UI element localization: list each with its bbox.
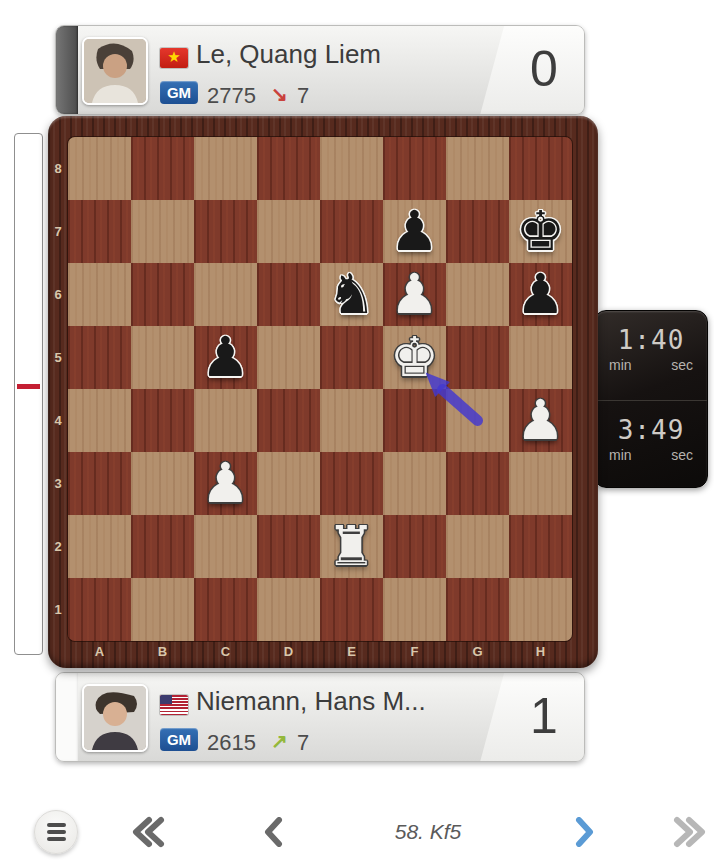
file-label-d: D bbox=[257, 641, 320, 663]
player-bar-black[interactable]: ★ Le, Quang Liem GM 2775 ↘ 7 0 bbox=[55, 25, 585, 115]
vietnam-flag-icon: ★ bbox=[160, 48, 188, 68]
square-h8[interactable] bbox=[509, 137, 572, 200]
clock-white-time-panel: 3:49 min sec bbox=[595, 400, 707, 488]
square-a5[interactable] bbox=[68, 326, 131, 389]
square-c5[interactable] bbox=[194, 326, 257, 389]
rank-label-2: 2 bbox=[48, 515, 68, 578]
square-g4[interactable] bbox=[446, 389, 509, 452]
current-move-label: 58. Kf5 bbox=[328, 820, 528, 844]
square-h2[interactable] bbox=[509, 515, 572, 578]
square-f6[interactable] bbox=[383, 263, 446, 326]
square-d6[interactable] bbox=[257, 263, 320, 326]
square-e1[interactable] bbox=[320, 578, 383, 641]
square-a4[interactable] bbox=[68, 389, 131, 452]
square-e3[interactable] bbox=[320, 452, 383, 515]
square-f8[interactable] bbox=[383, 137, 446, 200]
square-d1[interactable] bbox=[257, 578, 320, 641]
gm-badge-white: GM bbox=[160, 728, 198, 751]
player-bar-white[interactable]: Niemann, Hans M... GM 2615 ↗ 7 1 bbox=[55, 672, 585, 762]
square-d5[interactable] bbox=[257, 326, 320, 389]
first-move-button[interactable] bbox=[128, 815, 166, 849]
square-h5[interactable] bbox=[509, 326, 572, 389]
square-d3[interactable] bbox=[257, 452, 320, 515]
square-f1[interactable] bbox=[383, 578, 446, 641]
square-a8[interactable] bbox=[68, 137, 131, 200]
square-e2[interactable] bbox=[320, 515, 383, 578]
square-f5[interactable] bbox=[383, 326, 446, 389]
square-h7[interactable] bbox=[509, 200, 572, 263]
square-b3[interactable] bbox=[131, 452, 194, 515]
square-c6[interactable] bbox=[194, 263, 257, 326]
square-g2[interactable] bbox=[446, 515, 509, 578]
usa-flag-icon bbox=[160, 695, 188, 715]
player-name-white: Niemann, Hans M... bbox=[196, 686, 426, 717]
clock-black-min-label: min bbox=[609, 357, 632, 373]
square-b5[interactable] bbox=[131, 326, 194, 389]
square-g5[interactable] bbox=[446, 326, 509, 389]
square-b7[interactable] bbox=[131, 200, 194, 263]
square-c2[interactable] bbox=[194, 515, 257, 578]
rating-white: 2615 bbox=[207, 730, 256, 756]
square-c3[interactable] bbox=[194, 452, 257, 515]
match-score-black: 0 bbox=[514, 40, 574, 98]
menu-button[interactable] bbox=[34, 810, 78, 854]
file-label-c: C bbox=[194, 641, 257, 663]
square-h4[interactable] bbox=[509, 389, 572, 452]
file-labels: ABCDEFGH bbox=[68, 641, 572, 665]
square-h1[interactable] bbox=[509, 578, 572, 641]
square-g6[interactable] bbox=[446, 263, 509, 326]
chess-board: 87654321 ABCDEFGH ♟♚♞♟♟♟♚♟♟♜ bbox=[48, 116, 598, 668]
clock-white-sec-label: sec bbox=[671, 447, 693, 463]
square-f2[interactable] bbox=[383, 515, 446, 578]
file-label-h: H bbox=[509, 641, 572, 663]
file-label-g: G bbox=[446, 641, 509, 663]
rating-up-arrow-icon: ↗ bbox=[271, 729, 288, 753]
board-squares-area bbox=[68, 137, 572, 641]
clock-black-sec-label: sec bbox=[671, 357, 693, 373]
rank-label-6: 6 bbox=[48, 263, 68, 326]
evaluation-bar[interactable] bbox=[14, 133, 43, 655]
rating-change-white: 7 bbox=[297, 730, 309, 756]
board-squares bbox=[68, 137, 572, 641]
rank-labels: 87654321 bbox=[48, 137, 68, 641]
avatar-black-player bbox=[82, 37, 148, 105]
move-navigation-bar: 58. Kf5 bbox=[0, 806, 714, 858]
square-g1[interactable] bbox=[446, 578, 509, 641]
square-a7[interactable] bbox=[68, 200, 131, 263]
square-b1[interactable] bbox=[131, 578, 194, 641]
square-g3[interactable] bbox=[446, 452, 509, 515]
square-c8[interactable] bbox=[194, 137, 257, 200]
square-g7[interactable] bbox=[446, 200, 509, 263]
square-c4[interactable] bbox=[194, 389, 257, 452]
rank-label-7: 7 bbox=[48, 200, 68, 263]
last-move-button[interactable] bbox=[672, 815, 710, 849]
square-d2[interactable] bbox=[257, 515, 320, 578]
menu-icon bbox=[47, 823, 66, 827]
square-d4[interactable] bbox=[257, 389, 320, 452]
square-h3[interactable] bbox=[509, 452, 572, 515]
square-f3[interactable] bbox=[383, 452, 446, 515]
square-c1[interactable] bbox=[194, 578, 257, 641]
clock-white-time: 3:49 bbox=[595, 415, 707, 445]
square-h6[interactable] bbox=[509, 263, 572, 326]
square-b8[interactable] bbox=[131, 137, 194, 200]
rank-label-5: 5 bbox=[48, 326, 68, 389]
square-b2[interactable] bbox=[131, 515, 194, 578]
square-a1[interactable] bbox=[68, 578, 131, 641]
file-label-a: A bbox=[68, 641, 131, 663]
previous-move-button[interactable] bbox=[262, 817, 286, 847]
square-e4[interactable] bbox=[320, 389, 383, 452]
rank-label-8: 8 bbox=[48, 137, 68, 200]
match-score-white: 1 bbox=[514, 687, 574, 745]
chess-clock: 1:40 min sec 3:49 min sec bbox=[594, 310, 708, 488]
square-d7[interactable] bbox=[257, 200, 320, 263]
file-label-e: E bbox=[320, 641, 383, 663]
black-side-stripe bbox=[56, 26, 78, 114]
square-e5[interactable] bbox=[320, 326, 383, 389]
rating-down-arrow-icon: ↘ bbox=[271, 82, 288, 106]
clock-black-time: 1:40 bbox=[595, 325, 707, 355]
gm-badge-black: GM bbox=[160, 81, 198, 104]
clock-white-min-label: min bbox=[609, 447, 632, 463]
next-move-button[interactable] bbox=[572, 817, 596, 847]
square-b4[interactable] bbox=[131, 389, 194, 452]
square-g8[interactable] bbox=[446, 137, 509, 200]
square-a3[interactable] bbox=[68, 452, 131, 515]
square-f7[interactable] bbox=[383, 200, 446, 263]
rank-label-3: 3 bbox=[48, 452, 68, 515]
player-name-black: Le, Quang Liem bbox=[196, 39, 381, 70]
square-b6[interactable] bbox=[131, 263, 194, 326]
square-a2[interactable] bbox=[68, 515, 131, 578]
square-e6[interactable] bbox=[320, 263, 383, 326]
rating-black: 2775 bbox=[207, 83, 256, 109]
rank-label-4: 4 bbox=[48, 389, 68, 452]
rank-label-1: 1 bbox=[48, 578, 68, 641]
white-side-stripe bbox=[56, 673, 78, 761]
broadcast-widget: ★ Le, Quang Liem GM 2775 ↘ 7 0 Niemann, … bbox=[0, 0, 714, 865]
rating-change-black: 7 bbox=[297, 83, 309, 109]
square-d8[interactable] bbox=[257, 137, 320, 200]
square-e8[interactable] bbox=[320, 137, 383, 200]
square-c7[interactable] bbox=[194, 200, 257, 263]
avatar-white-player bbox=[82, 684, 148, 752]
square-a6[interactable] bbox=[68, 263, 131, 326]
square-f4[interactable] bbox=[383, 389, 446, 452]
file-label-f: F bbox=[383, 641, 446, 663]
square-e7[interactable] bbox=[320, 200, 383, 263]
clock-black-time-panel: 1:40 min sec bbox=[595, 311, 707, 399]
file-label-b: B bbox=[131, 641, 194, 663]
evaluation-marker bbox=[17, 384, 40, 389]
